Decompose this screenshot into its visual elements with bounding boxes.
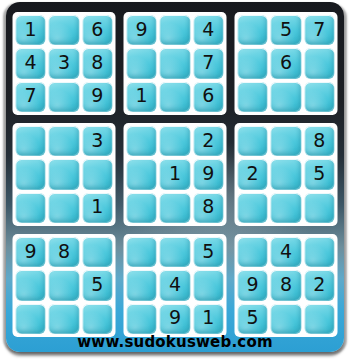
given-digit: 9 <box>202 164 214 183</box>
cell-r8c6[interactable] <box>193 270 223 300</box>
cell-r2c3[interactable]: 8 <box>82 48 112 78</box>
page: 164387994716576312198825985549149825 www… <box>0 0 350 360</box>
cell-r1c2[interactable] <box>49 15 79 45</box>
given-digit: 4 <box>202 20 214 39</box>
cell-r1c4[interactable]: 9 <box>127 15 157 45</box>
cell-r2c2[interactable]: 3 <box>49 48 79 78</box>
cell-r5c5[interactable]: 1 <box>160 159 190 189</box>
cell-r6c8[interactable] <box>271 193 301 223</box>
cell-r3c8[interactable] <box>271 82 301 112</box>
cell-r7c4[interactable] <box>127 237 157 267</box>
cell-r4c1[interactable] <box>16 126 46 156</box>
cell-r3c2[interactable] <box>49 82 79 112</box>
cell-r6c7[interactable] <box>238 193 268 223</box>
website-url[interactable]: www.sudokusweb.com <box>6 334 344 350</box>
cell-r8c3[interactable]: 5 <box>82 270 112 300</box>
cell-r2c1[interactable]: 4 <box>16 48 46 78</box>
given-digit: 9 <box>169 308 181 327</box>
cell-r7c5[interactable] <box>160 237 190 267</box>
given-digit: 6 <box>91 20 103 39</box>
cell-r5c2[interactable] <box>49 159 79 189</box>
cell-r6c4[interactable] <box>127 193 157 223</box>
box-2: 94716 <box>124 12 227 115</box>
given-digit: 2 <box>247 164 259 183</box>
cell-r9c7[interactable]: 5 <box>238 304 268 334</box>
given-digit: 4 <box>280 242 292 261</box>
cell-r5c8[interactable] <box>271 159 301 189</box>
given-digit: 8 <box>313 131 325 150</box>
given-digit: 4 <box>169 275 181 294</box>
cell-r6c6[interactable]: 8 <box>193 193 223 223</box>
cell-r7c7[interactable] <box>238 237 268 267</box>
cell-r5c3[interactable] <box>82 159 112 189</box>
cell-r5c9[interactable]: 5 <box>304 159 334 189</box>
given-digit: 8 <box>202 197 214 216</box>
cell-r4c9[interactable]: 8 <box>304 126 334 156</box>
cell-r9c2[interactable] <box>49 304 79 334</box>
cell-r7c1[interactable]: 9 <box>16 237 46 267</box>
given-digit: 7 <box>25 86 37 105</box>
cell-r5c7[interactable]: 2 <box>238 159 268 189</box>
given-digit: 7 <box>202 53 214 72</box>
cell-r1c5[interactable] <box>160 15 190 45</box>
cell-r9c4[interactable] <box>127 304 157 334</box>
given-digit: 7 <box>313 20 325 39</box>
cell-r8c2[interactable] <box>49 270 79 300</box>
cell-r1c8[interactable]: 5 <box>271 15 301 45</box>
box-7: 985 <box>13 234 116 337</box>
given-digit: 4 <box>25 53 37 72</box>
cell-r7c2[interactable]: 8 <box>49 237 79 267</box>
cell-r3c9[interactable] <box>304 82 334 112</box>
given-digit: 9 <box>247 275 259 294</box>
cell-r1c6[interactable]: 4 <box>193 15 223 45</box>
sudoku-board: 164387994716576312198825985549149825 www… <box>6 2 344 352</box>
cell-r3c7[interactable] <box>238 82 268 112</box>
cell-r4c3[interactable]: 3 <box>82 126 112 156</box>
cell-r2c7[interactable] <box>238 48 268 78</box>
box-5: 2198 <box>124 123 227 226</box>
cell-r9c5[interactable]: 9 <box>160 304 190 334</box>
given-digit: 6 <box>202 86 214 105</box>
cell-r2c9[interactable] <box>304 48 334 78</box>
box-3: 576 <box>235 12 338 115</box>
cell-r3c4[interactable]: 1 <box>127 82 157 112</box>
given-digit: 1 <box>169 164 181 183</box>
given-digit: 9 <box>91 86 103 105</box>
cell-r4c5[interactable] <box>160 126 190 156</box>
cell-r6c3[interactable]: 1 <box>82 193 112 223</box>
cell-r4c4[interactable] <box>127 126 157 156</box>
cell-r3c3[interactable]: 9 <box>82 82 112 112</box>
cell-r9c8[interactable] <box>271 304 301 334</box>
cell-r3c1[interactable]: 7 <box>16 82 46 112</box>
given-digit: 1 <box>91 197 103 216</box>
cell-r5c1[interactable] <box>16 159 46 189</box>
given-digit: 1 <box>202 308 214 327</box>
cell-r6c1[interactable] <box>16 193 46 223</box>
cell-r6c9[interactable] <box>304 193 334 223</box>
box-9: 49825 <box>235 234 338 337</box>
cell-r9c9[interactable] <box>304 304 334 334</box>
cell-r8c5[interactable]: 4 <box>160 270 190 300</box>
given-digit: 8 <box>91 53 103 72</box>
cell-r9c3[interactable] <box>82 304 112 334</box>
cell-r2c4[interactable] <box>127 48 157 78</box>
cell-r8c9[interactable]: 2 <box>304 270 334 300</box>
cell-r2c8[interactable]: 6 <box>271 48 301 78</box>
cell-r2c6[interactable]: 7 <box>193 48 223 78</box>
given-digit: 5 <box>202 242 214 261</box>
given-digit: 6 <box>280 53 292 72</box>
board-grid: 164387994716576312198825985549149825 <box>13 12 338 337</box>
cell-r1c7[interactable] <box>238 15 268 45</box>
cell-r8c7[interactable]: 9 <box>238 270 268 300</box>
cell-r8c8[interactable]: 8 <box>271 270 301 300</box>
cell-r8c1[interactable] <box>16 270 46 300</box>
cell-r7c3[interactable] <box>82 237 112 267</box>
given-digit: 8 <box>280 275 292 294</box>
given-digit: 2 <box>202 131 214 150</box>
given-digit: 5 <box>247 308 259 327</box>
cell-r9c1[interactable] <box>16 304 46 334</box>
cell-r5c6[interactable]: 9 <box>193 159 223 189</box>
cell-r5c4[interactable] <box>127 159 157 189</box>
given-digit: 2 <box>313 275 325 294</box>
box-1: 1643879 <box>13 12 116 115</box>
given-digit: 3 <box>91 131 103 150</box>
given-digit: 1 <box>136 86 148 105</box>
cell-r6c2[interactable] <box>49 193 79 223</box>
given-digit: 5 <box>91 275 103 294</box>
cell-r4c7[interactable] <box>238 126 268 156</box>
given-digit: 3 <box>58 53 70 72</box>
cell-r4c8[interactable] <box>271 126 301 156</box>
given-digit: 9 <box>25 242 37 261</box>
given-digit: 8 <box>58 242 70 261</box>
cell-r7c6[interactable]: 5 <box>193 237 223 267</box>
cell-r4c6[interactable]: 2 <box>193 126 223 156</box>
cell-r1c3[interactable]: 6 <box>82 15 112 45</box>
cell-r9c6[interactable]: 1 <box>193 304 223 334</box>
box-6: 825 <box>235 123 338 226</box>
cell-r6c5[interactable] <box>160 193 190 223</box>
cell-r2c5[interactable] <box>160 48 190 78</box>
cell-r3c5[interactable] <box>160 82 190 112</box>
box-4: 31 <box>13 123 116 226</box>
given-digit: 9 <box>136 20 148 39</box>
cell-r4c2[interactable] <box>49 126 79 156</box>
given-digit: 5 <box>313 164 325 183</box>
cell-r7c8[interactable]: 4 <box>271 237 301 267</box>
cell-r3c6[interactable]: 6 <box>193 82 223 112</box>
cell-r7c9[interactable] <box>304 237 334 267</box>
box-8: 5491 <box>124 234 227 337</box>
cell-r1c1[interactable]: 1 <box>16 15 46 45</box>
cell-r8c4[interactable] <box>127 270 157 300</box>
given-digit: 1 <box>25 20 37 39</box>
given-digit: 5 <box>280 20 292 39</box>
cell-r1c9[interactable]: 7 <box>304 15 334 45</box>
